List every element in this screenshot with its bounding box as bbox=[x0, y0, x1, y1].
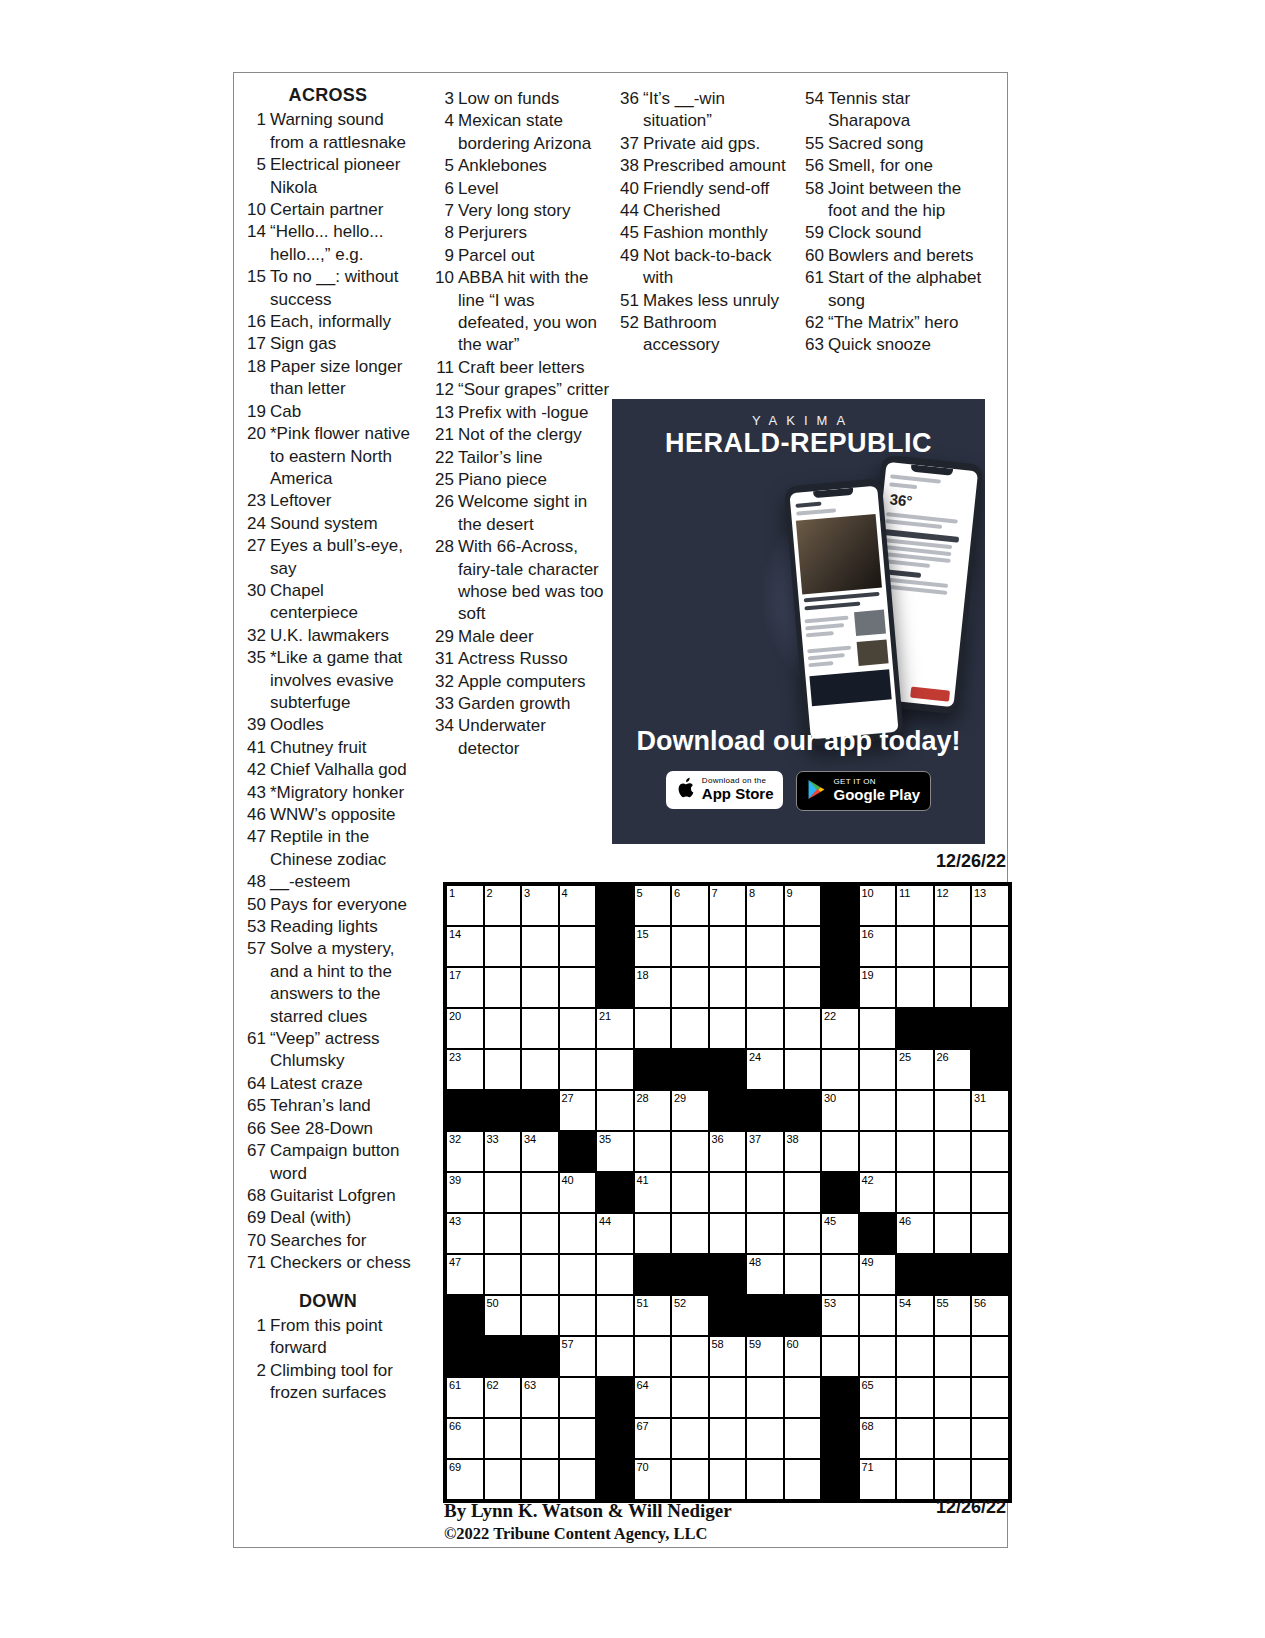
grid-cell-r7-c15[interactable] bbox=[971, 1131, 1009, 1172]
clue-number: 40 bbox=[613, 178, 639, 200]
grid-cell-r1-c3[interactable]: 3 bbox=[521, 885, 559, 926]
cell-number: 42 bbox=[862, 1174, 874, 1186]
grid-cell-r5-c5[interactable] bbox=[596, 1049, 634, 1090]
grid-cell-r3-c3[interactable] bbox=[521, 967, 559, 1008]
grid-cell-r1-c14[interactable]: 12 bbox=[934, 885, 972, 926]
grid-cell-r7-c13[interactable] bbox=[896, 1131, 934, 1172]
grid-cell-r1-c10[interactable]: 9 bbox=[784, 885, 822, 926]
grid-cell-r14-c9[interactable] bbox=[746, 1418, 784, 1459]
grid-cell-r7-c3[interactable]: 34 bbox=[521, 1131, 559, 1172]
grid-cell-r12-c14[interactable] bbox=[934, 1336, 972, 1377]
crossword-grid: 1234567891011121314151617181920212223242… bbox=[443, 882, 1012, 1503]
grid-cell-r14-c14[interactable] bbox=[934, 1418, 972, 1459]
down-header: DOWN bbox=[240, 1290, 416, 1312]
grid-cell-r9-c14[interactable] bbox=[934, 1213, 972, 1254]
byline: By Lynn K. Watson & Will Nediger bbox=[444, 1500, 732, 1522]
clue-number: 6 bbox=[428, 178, 454, 200]
clue-number: 11 bbox=[428, 357, 454, 379]
grid-cell-r13-c8[interactable] bbox=[709, 1377, 747, 1418]
grid-cell-r7-c7[interactable] bbox=[671, 1131, 709, 1172]
clue-number: 1 bbox=[240, 109, 266, 131]
grid-cell-r13-c9[interactable] bbox=[746, 1377, 784, 1418]
clue-69-across: 69Deal (with) bbox=[240, 1207, 416, 1229]
phone-notch bbox=[813, 488, 854, 499]
cell-number: 6 bbox=[674, 887, 680, 899]
grid-cell-r9-c13[interactable]: 46 bbox=[896, 1213, 934, 1254]
clue-35-across: 35*Like a game that involves evasive sub… bbox=[240, 647, 416, 714]
grid-cell-r7-c14[interactable] bbox=[934, 1131, 972, 1172]
grid-cell-r4-c1[interactable]: 20 bbox=[446, 1008, 484, 1049]
grid-cell-r13-c10[interactable] bbox=[784, 1377, 822, 1418]
grid-cell-r8-c1[interactable]: 39 bbox=[446, 1172, 484, 1213]
grid-cell-r9-c1[interactable]: 43 bbox=[446, 1213, 484, 1254]
grid-cell-r3-c12[interactable]: 19 bbox=[859, 967, 897, 1008]
grid-cell-r12-c9[interactable]: 59 bbox=[746, 1336, 784, 1377]
grid-cell-r4-c4[interactable] bbox=[559, 1008, 597, 1049]
grid-cell-r10-c9[interactable]: 48 bbox=[746, 1254, 784, 1295]
grid-cell-r1-c1[interactable]: 1 bbox=[446, 885, 484, 926]
grid-cell-r5-c13[interactable]: 25 bbox=[896, 1049, 934, 1090]
clue-column-1: ACROSS 1Warning sound from a rattlesnake… bbox=[240, 84, 416, 1405]
grid-cell-r11-c12[interactable] bbox=[859, 1295, 897, 1336]
clue-text: Level bbox=[458, 179, 499, 198]
grid-cell-r4-c8[interactable] bbox=[709, 1008, 747, 1049]
cell-number: 43 bbox=[449, 1215, 461, 1227]
grid-cell-r6-c5[interactable] bbox=[596, 1090, 634, 1131]
grid-cell-r14-c4[interactable] bbox=[559, 1418, 597, 1459]
clue-31-down: 31Actress Russo bbox=[428, 648, 610, 670]
grid-cell-r10-c4[interactable] bbox=[559, 1254, 597, 1295]
clue-68-across: 68Guitarist Lofgren bbox=[240, 1185, 416, 1207]
cell-number: 38 bbox=[787, 1133, 799, 1145]
grid-cell-r1-c13[interactable]: 11 bbox=[896, 885, 934, 926]
grid-cell-r5-c2[interactable] bbox=[484, 1049, 522, 1090]
clue-7-down: 7Very long story bbox=[428, 200, 610, 222]
clue-number: 67 bbox=[240, 1140, 266, 1162]
clue-50-across: 50Pays for everyone bbox=[240, 894, 416, 916]
cell-number: 53 bbox=[824, 1297, 836, 1309]
grid-cell-r8-c13[interactable] bbox=[896, 1172, 934, 1213]
clue-text: Tennis star Sharapova bbox=[828, 89, 910, 130]
grid-cell-r11-c14[interactable]: 55 bbox=[934, 1295, 972, 1336]
grid-cell-r15-c2[interactable] bbox=[484, 1459, 522, 1500]
clue-number: 70 bbox=[240, 1230, 266, 1252]
grid-cell-r11-c11[interactable]: 53 bbox=[821, 1295, 859, 1336]
grid-cell-r5-c4[interactable] bbox=[559, 1049, 597, 1090]
grid-cell-r13-c1[interactable]: 61 bbox=[446, 1377, 484, 1418]
grid-cell-r15-c9[interactable] bbox=[746, 1459, 784, 1500]
clue-text: Makes less unruly bbox=[643, 291, 779, 310]
clue-number: 15 bbox=[240, 266, 266, 288]
grid-cell-r14-c7[interactable] bbox=[671, 1418, 709, 1459]
grid-cell-r13-c12[interactable]: 65 bbox=[859, 1377, 897, 1418]
grid-cell-r15-c3[interactable] bbox=[521, 1459, 559, 1500]
grid-cell-r15-c7[interactable] bbox=[671, 1459, 709, 1500]
grid-cell-r6-c15[interactable]: 31 bbox=[971, 1090, 1009, 1131]
grid-cell-r15-c15[interactable] bbox=[971, 1459, 1009, 1500]
clue-text: Cherished bbox=[643, 201, 721, 220]
grid-cell-r1-c9[interactable]: 8 bbox=[746, 885, 784, 926]
grid-cell-r9-c3[interactable] bbox=[521, 1213, 559, 1254]
grid-cell-r4-c2[interactable] bbox=[484, 1008, 522, 1049]
clue-text: Solve a mystery, and a hint to the answe… bbox=[270, 939, 394, 1025]
grid-cell-r14-c6[interactable]: 67 bbox=[634, 1418, 672, 1459]
clue-number: 63 bbox=[798, 334, 824, 356]
down-clue-list-part3: 36“It’s __-win situation”37Private aid g… bbox=[613, 88, 797, 357]
grid-cell-r8-c15[interactable] bbox=[971, 1172, 1009, 1213]
grid-cell-r15-c8[interactable] bbox=[709, 1459, 747, 1500]
clue-text: Start of the alphabet song bbox=[828, 268, 981, 309]
clue-14-across: 14“Hello... hello... hello...,” e.g. bbox=[240, 221, 416, 266]
grid-cell-r2-c4[interactable] bbox=[559, 926, 597, 967]
grid-cell-r8-c6[interactable]: 41 bbox=[634, 1172, 672, 1213]
clue-4-down: 4Mexican state bordering Arizona bbox=[428, 110, 610, 155]
cell-number: 15 bbox=[637, 928, 649, 940]
grid-cell-r5-c3[interactable] bbox=[521, 1049, 559, 1090]
cell-number: 22 bbox=[824, 1010, 836, 1022]
grid-cell-r1-c15[interactable]: 13 bbox=[971, 885, 1009, 926]
grid-cell-r5-c12[interactable] bbox=[859, 1049, 897, 1090]
cell-number: 34 bbox=[524, 1133, 536, 1145]
grid-cell-r3-c2[interactable] bbox=[484, 967, 522, 1008]
clue-53-across: 53Reading lights bbox=[240, 916, 416, 938]
grid-cell-r8-c8[interactable] bbox=[709, 1172, 747, 1213]
grid-cell-r1-c7[interactable]: 6 bbox=[671, 885, 709, 926]
clue-text: Reptile in the Chinese zodiac bbox=[270, 827, 386, 868]
clue-column-2: 3Low on funds4Mexican state bordering Ar… bbox=[428, 88, 610, 760]
grid-cell-r15-c1[interactable]: 69 bbox=[446, 1459, 484, 1500]
grid-cell-r10-c5[interactable] bbox=[596, 1254, 634, 1295]
grid-cell-r13-c2[interactable]: 62 bbox=[484, 1377, 522, 1418]
grid-cell-r6-c7[interactable]: 29 bbox=[671, 1090, 709, 1131]
grid-cell-r11-c7[interactable]: 52 bbox=[671, 1295, 709, 1336]
grid-cell-r7-c5[interactable]: 35 bbox=[596, 1131, 634, 1172]
grid-cell-r7-c11[interactable] bbox=[821, 1131, 859, 1172]
clue-text: Quick snooze bbox=[828, 335, 931, 354]
grid-cell-r2-c3[interactable] bbox=[521, 926, 559, 967]
grid-cell-r12-c10[interactable]: 60 bbox=[784, 1336, 822, 1377]
grid-cell-r14-c3[interactable] bbox=[521, 1418, 559, 1459]
grid-cell-r10-c7-black bbox=[671, 1254, 709, 1295]
cell-number: 44 bbox=[599, 1215, 611, 1227]
grid-cell-r9-c11[interactable]: 45 bbox=[821, 1213, 859, 1254]
grid-cell-r12-c7[interactable] bbox=[671, 1336, 709, 1377]
grid-cell-r9-c6[interactable] bbox=[634, 1213, 672, 1254]
grid-cell-r11-c9-black bbox=[746, 1295, 784, 1336]
clue-number: 53 bbox=[240, 916, 266, 938]
grid-cell-r3-c8[interactable] bbox=[709, 967, 747, 1008]
clue-text: ABBA hit with the line “I was defeated, … bbox=[458, 268, 597, 354]
grid-cell-r2-c6[interactable]: 15 bbox=[634, 926, 672, 967]
cell-number: 29 bbox=[674, 1092, 686, 1104]
grid-cell-r5-c9[interactable]: 24 bbox=[746, 1049, 784, 1090]
grid-cell-r14-c13[interactable] bbox=[896, 1418, 934, 1459]
grid-cell-r11-c6[interactable]: 51 bbox=[634, 1295, 672, 1336]
grid-cell-r12-c5[interactable] bbox=[596, 1336, 634, 1377]
cell-number: 28 bbox=[637, 1092, 649, 1104]
clue-text: From this point forward bbox=[270, 1316, 382, 1357]
clue-1-down: 1From this point forward bbox=[240, 1315, 416, 1360]
grid-cell-r11-c2[interactable]: 50 bbox=[484, 1295, 522, 1336]
grid-cell-r14-c10[interactable] bbox=[784, 1418, 822, 1459]
clue-number: 36 bbox=[613, 88, 639, 110]
grid-cell-r1-c4[interactable]: 4 bbox=[559, 885, 597, 926]
grid-cell-r7-c2[interactable]: 33 bbox=[484, 1131, 522, 1172]
grid-cell-r15-c13[interactable] bbox=[896, 1459, 934, 1500]
grid-cell-r8-c10[interactable] bbox=[784, 1172, 822, 1213]
google-play-badge[interactable]: GET IT ON Google Play bbox=[796, 771, 931, 811]
grid-cell-r3-c1[interactable]: 17 bbox=[446, 967, 484, 1008]
grid-cell-r11-c3[interactable] bbox=[521, 1295, 559, 1336]
grid-cell-r4-c6[interactable] bbox=[634, 1008, 672, 1049]
clue-number: 69 bbox=[240, 1207, 266, 1229]
grid-cell-r5-c1[interactable]: 23 bbox=[446, 1049, 484, 1090]
grid-cell-r10-c11[interactable] bbox=[821, 1254, 859, 1295]
grid-cell-r13-c4[interactable] bbox=[559, 1377, 597, 1418]
clue-text: Certain partner bbox=[270, 200, 383, 219]
clue-number: 38 bbox=[613, 155, 639, 177]
grid-cell-r12-c13[interactable] bbox=[896, 1336, 934, 1377]
grid-cell-r8-c12[interactable]: 42 bbox=[859, 1172, 897, 1213]
grid-cell-r9-c10[interactable] bbox=[784, 1213, 822, 1254]
grid-cell-r6-c11[interactable]: 30 bbox=[821, 1090, 859, 1131]
grid-cell-r2-c9[interactable] bbox=[746, 926, 784, 967]
grid-cell-r13-c15[interactable] bbox=[971, 1377, 1009, 1418]
cell-number: 12 bbox=[937, 887, 949, 899]
grid-cell-r4-c9[interactable] bbox=[746, 1008, 784, 1049]
grid-cell-r12-c11[interactable] bbox=[821, 1336, 859, 1377]
down-clue-list-part2: 3Low on funds4Mexican state bordering Ar… bbox=[428, 88, 610, 760]
grid-cell-r10-c2[interactable] bbox=[484, 1254, 522, 1295]
grid-cell-r13-c6[interactable]: 64 bbox=[634, 1377, 672, 1418]
grid-cell-r12-c6[interactable] bbox=[634, 1336, 672, 1377]
clue-63-down: 63Quick snooze bbox=[798, 334, 992, 356]
grid-cell-r7-c1[interactable]: 32 bbox=[446, 1131, 484, 1172]
grid-cell-r6-c13[interactable] bbox=[896, 1090, 934, 1131]
cell-number: 64 bbox=[637, 1379, 649, 1391]
clue-text: Sound system bbox=[270, 514, 378, 533]
clue-number: 5 bbox=[240, 154, 266, 176]
clue-text: Very long story bbox=[458, 201, 570, 220]
grid-cell-r12-c15[interactable] bbox=[971, 1336, 1009, 1377]
app-store-badge[interactable]: Download on the App Store bbox=[666, 771, 784, 809]
grid-cell-r8-c14[interactable] bbox=[934, 1172, 972, 1213]
grid-cell-r1-c8[interactable]: 7 bbox=[709, 885, 747, 926]
grid-cell-r11-c15[interactable]: 56 bbox=[971, 1295, 1009, 1336]
grid-cell-r8-c2[interactable] bbox=[484, 1172, 522, 1213]
grid-cell-r5-c11[interactable] bbox=[821, 1049, 859, 1090]
clue-number: 58 bbox=[798, 178, 824, 200]
grid-cell-r2-c2[interactable] bbox=[484, 926, 522, 967]
grid-cell-r6-c12[interactable] bbox=[859, 1090, 897, 1131]
grid-cell-r3-c13[interactable] bbox=[896, 967, 934, 1008]
app-advertisement: YAKIMA HERALD-REPUBLIC 36° bbox=[612, 399, 985, 844]
clue-number: 54 bbox=[798, 88, 824, 110]
grid-cell-r2-c14[interactable] bbox=[934, 926, 972, 967]
grid-cell-r8-c9[interactable] bbox=[746, 1172, 784, 1213]
grid-cell-r6-c6[interactable]: 28 bbox=[634, 1090, 672, 1131]
grid-cell-r9-c2[interactable] bbox=[484, 1213, 522, 1254]
clue-27-across: 27Eyes a bull’s-eye, say bbox=[240, 535, 416, 580]
grid-cell-r11-c13[interactable]: 54 bbox=[896, 1295, 934, 1336]
grid-cell-r2-c10[interactable] bbox=[784, 926, 822, 967]
grid-cell-r5-c15-black bbox=[971, 1049, 1009, 1090]
grid-cell-r4-c5[interactable]: 21 bbox=[596, 1008, 634, 1049]
grid-cell-r9-c8[interactable] bbox=[709, 1213, 747, 1254]
grid-cell-r7-c8[interactable]: 36 bbox=[709, 1131, 747, 1172]
grid-cell-r3-c14[interactable] bbox=[934, 967, 972, 1008]
clue-text: Friendly send-off bbox=[643, 179, 769, 198]
clue-number: 49 bbox=[613, 245, 639, 267]
grid-cell-r4-c3[interactable] bbox=[521, 1008, 559, 1049]
clue-text: Smell, for one bbox=[828, 156, 933, 175]
grid-cell-r9-c7[interactable] bbox=[671, 1213, 709, 1254]
grid-cell-r6-c14[interactable] bbox=[934, 1090, 972, 1131]
grid-cell-r10-c3[interactable] bbox=[521, 1254, 559, 1295]
clue-18-across: 18Paper size longer than letter bbox=[240, 356, 416, 401]
grid-cell-r15-c6[interactable]: 70 bbox=[634, 1459, 672, 1500]
clue-text: Low on funds bbox=[458, 89, 559, 108]
clue-5-down: 5Anklebones bbox=[428, 155, 610, 177]
grid-cell-r2-c7[interactable] bbox=[671, 926, 709, 967]
grid-cell-r8-c3[interactable] bbox=[521, 1172, 559, 1213]
grid-cell-r5-c7-black bbox=[671, 1049, 709, 1090]
grid-cell-r12-c12[interactable] bbox=[859, 1336, 897, 1377]
cell-number: 1 bbox=[449, 887, 455, 899]
clue-text: U.K. lawmakers bbox=[270, 626, 389, 645]
grid-cell-r9-c4[interactable] bbox=[559, 1213, 597, 1254]
clue-number: 9 bbox=[428, 245, 454, 267]
clue-text: Welcome sight in the desert bbox=[458, 492, 587, 533]
clue-47-across: 47Reptile in the Chinese zodiac bbox=[240, 826, 416, 871]
clue-54-down: 54Tennis star Sharapova bbox=[798, 88, 992, 133]
clue-29-down: 29Male deer bbox=[428, 626, 610, 648]
clue-text: Clock sound bbox=[828, 223, 922, 242]
grid-cell-r2-c1[interactable]: 14 bbox=[446, 926, 484, 967]
clue-text: Reading lights bbox=[270, 917, 378, 936]
grid-cell-r1-c12[interactable]: 10 bbox=[859, 885, 897, 926]
grid-cell-r7-c12[interactable] bbox=[859, 1131, 897, 1172]
grid-cell-r2-c13[interactable] bbox=[896, 926, 934, 967]
grid-cell-r2-c15[interactable] bbox=[971, 926, 1009, 967]
grid-cell-r3-c10[interactable] bbox=[784, 967, 822, 1008]
cell-number: 65 bbox=[862, 1379, 874, 1391]
grid-cell-r12-c8[interactable]: 58 bbox=[709, 1336, 747, 1377]
grid-cell-r14-c2[interactable] bbox=[484, 1418, 522, 1459]
grid-cell-r4-c11[interactable]: 22 bbox=[821, 1008, 859, 1049]
news-story-row bbox=[804, 610, 886, 641]
clue-text: Pays for everyone bbox=[270, 895, 407, 914]
grid-cell-r4-c15-black bbox=[971, 1008, 1009, 1049]
clue-number: 47 bbox=[240, 826, 266, 848]
grid-cell-r3-c4[interactable] bbox=[559, 967, 597, 1008]
grid-cell-r7-c9[interactable]: 37 bbox=[746, 1131, 784, 1172]
grid-cell-r11-c8-black bbox=[709, 1295, 747, 1336]
grid-cell-r11-c5[interactable] bbox=[596, 1295, 634, 1336]
grid-cell-r3-c6[interactable]: 18 bbox=[634, 967, 672, 1008]
grid-cell-r5-c14[interactable]: 26 bbox=[934, 1049, 972, 1090]
grid-cell-r14-c12[interactable]: 68 bbox=[859, 1418, 897, 1459]
grid-cell-r4-c7[interactable] bbox=[671, 1008, 709, 1049]
clue-text: Parcel out bbox=[458, 246, 535, 265]
clue-8-down: 8Perjurers bbox=[428, 222, 610, 244]
grid-cell-r13-c13[interactable] bbox=[896, 1377, 934, 1418]
clue-36-down: 36“It’s __-win situation” bbox=[613, 88, 797, 133]
grid-cell-r11-c4[interactable] bbox=[559, 1295, 597, 1336]
clue-58-down: 58Joint between the foot and the hip bbox=[798, 178, 992, 223]
grid-cell-r7-c6[interactable] bbox=[634, 1131, 672, 1172]
grid-cell-r1-c2[interactable]: 2 bbox=[484, 885, 522, 926]
grid-cell-r9-c15[interactable] bbox=[971, 1213, 1009, 1254]
app-store-badge-big-text: App Store bbox=[702, 786, 774, 803]
store-badges: Download on the App Store GET IT ON Goog… bbox=[612, 771, 985, 811]
grid-cell-r15-c4[interactable] bbox=[559, 1459, 597, 1500]
grid-cell-r8-c7[interactable] bbox=[671, 1172, 709, 1213]
grid-cell-r13-c3[interactable]: 63 bbox=[521, 1377, 559, 1418]
grid-cell-r15-c12[interactable]: 71 bbox=[859, 1459, 897, 1500]
grid-cell-r9-c12-black bbox=[859, 1213, 897, 1254]
cell-number: 19 bbox=[862, 969, 874, 981]
grid-cell-r15-c10[interactable] bbox=[784, 1459, 822, 1500]
phone-news-screen bbox=[789, 486, 898, 740]
grid-cell-r9-c9[interactable] bbox=[746, 1213, 784, 1254]
grid-cell-r8-c4[interactable]: 40 bbox=[559, 1172, 597, 1213]
grid-cell-r4-c14-black bbox=[934, 1008, 972, 1049]
grid-cell-r4-c13-black bbox=[896, 1008, 934, 1049]
grid-cell-r2-c8[interactable] bbox=[709, 926, 747, 967]
clue-number: 32 bbox=[240, 625, 266, 647]
clue-text: “Sour grapes” critter bbox=[458, 380, 609, 399]
grid-cell-r15-c14[interactable] bbox=[934, 1459, 972, 1500]
grid-cell-r10-c12[interactable]: 49 bbox=[859, 1254, 897, 1295]
grid-cell-r14-c8[interactable] bbox=[709, 1418, 747, 1459]
cell-number: 4 bbox=[562, 887, 568, 899]
grid-cell-r10-c1[interactable]: 47 bbox=[446, 1254, 484, 1295]
grid-cell-r7-c10[interactable]: 38 bbox=[784, 1131, 822, 1172]
clue-text: Apple computers bbox=[458, 672, 586, 691]
clue-46-across: 46WNW’s opposite bbox=[240, 804, 416, 826]
cell-number: 70 bbox=[637, 1461, 649, 1473]
clue-39-across: 39Oodles bbox=[240, 714, 416, 736]
grid-cell-r3-c15[interactable] bbox=[971, 967, 1009, 1008]
grid-cell-r10-c13-black bbox=[896, 1254, 934, 1295]
grid-cell-r10-c10[interactable] bbox=[784, 1254, 822, 1295]
grid-cell-r2-c12[interactable]: 16 bbox=[859, 926, 897, 967]
grid-cell-r14-c1[interactable]: 66 bbox=[446, 1418, 484, 1459]
grid-cell-r13-c14[interactable] bbox=[934, 1377, 972, 1418]
grid-cell-r12-c3-black bbox=[521, 1336, 559, 1377]
clue-15-across: 15To no __: without success bbox=[240, 266, 416, 311]
grid-cell-r3-c9[interactable] bbox=[746, 967, 784, 1008]
grid-cell-r4-c12[interactable] bbox=[859, 1008, 897, 1049]
grid-cell-r9-c5[interactable]: 44 bbox=[596, 1213, 634, 1254]
grid-cell-r12-c4[interactable]: 57 bbox=[559, 1336, 597, 1377]
clue-38-down: 38Prescribed amount bbox=[613, 155, 797, 177]
grid-cell-r6-c4[interactable]: 27 bbox=[559, 1090, 597, 1131]
grid-cell-r13-c7[interactable] bbox=[671, 1377, 709, 1418]
grid-cell-r4-c10[interactable] bbox=[784, 1008, 822, 1049]
clue-number: 57 bbox=[240, 938, 266, 960]
grid-cell-r3-c7[interactable] bbox=[671, 967, 709, 1008]
grid-cell-r5-c10[interactable] bbox=[784, 1049, 822, 1090]
grid-cell-r1-c6[interactable]: 5 bbox=[634, 885, 672, 926]
grid-cell-r14-c15[interactable] bbox=[971, 1418, 1009, 1459]
clue-text: Tailor’s line bbox=[458, 448, 542, 467]
clue-number: 30 bbox=[240, 580, 266, 602]
clue-number: 39 bbox=[240, 714, 266, 736]
cell-number: 54 bbox=[899, 1297, 911, 1309]
cell-number: 9 bbox=[787, 887, 793, 899]
